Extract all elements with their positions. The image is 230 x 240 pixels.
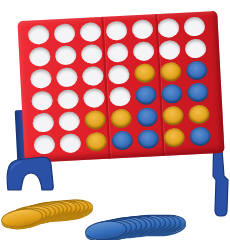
board-cell-r4c7 [184, 80, 211, 103]
blue-disc [111, 130, 133, 150]
board-cell-r5c5 [133, 105, 160, 128]
board-cell-r3c4 [105, 62, 132, 85]
board-cell-r2c4 [104, 40, 131, 63]
board-cell-r2c2 [52, 43, 79, 66]
empty-hole [59, 133, 81, 153]
empty-hole [108, 86, 130, 106]
yellow-disc-tray [1, 197, 96, 233]
board-cell-r6c6 [160, 126, 187, 149]
empty-hole [57, 89, 79, 109]
board-cell-r2c1 [26, 45, 53, 68]
empty-hole [83, 87, 105, 107]
board-cell-r2c6 [156, 38, 183, 61]
board-cell-r1c7 [180, 14, 207, 37]
empty-hole [32, 112, 54, 132]
left-leg-foot [5, 146, 57, 192]
blue-disc [186, 82, 208, 102]
empty-hole [53, 23, 75, 43]
board-cell-r1c3 [76, 20, 103, 43]
blue-disc-tray [85, 211, 187, 240]
board-cell-r5c4 [107, 106, 134, 129]
empty-hole [183, 16, 205, 36]
board-cell-r3c7 [183, 58, 210, 81]
empty-hole [81, 65, 103, 85]
board-cell-r1c6 [154, 16, 181, 39]
blue-disc [136, 107, 158, 127]
empty-hole [58, 111, 80, 131]
board-cell-r1c5 [128, 17, 155, 40]
giant-connect-four-product-photo [0, 0, 230, 240]
empty-hole [31, 90, 53, 110]
empty-hole [131, 19, 153, 39]
yellow-disc [159, 61, 181, 81]
yellow-disc [163, 127, 185, 147]
board-cell-r4c6 [158, 82, 185, 105]
empty-hole [105, 20, 127, 40]
board-cell-r4c4 [106, 84, 133, 107]
board-cell-r6c3 [82, 130, 109, 153]
empty-hole [184, 38, 206, 58]
board-cell-r2c3 [78, 42, 105, 65]
board-cell-r1c2 [51, 21, 78, 44]
board-cell-r3c5 [131, 61, 158, 84]
board-cell-r1c1 [25, 23, 52, 46]
blue-disc [185, 60, 207, 80]
board-cell-r6c5 [134, 127, 161, 150]
board-cell-r4c5 [132, 83, 159, 106]
empty-hole [106, 42, 128, 62]
empty-hole [29, 68, 51, 88]
empty-hole [157, 17, 179, 37]
board-cell-r4c3 [80, 86, 107, 109]
empty-hole [132, 41, 154, 61]
blue-disc [189, 126, 211, 146]
yellow-disc [110, 108, 132, 128]
yellow-disc [133, 63, 155, 83]
board-cell-r4c2 [54, 87, 81, 110]
left-foot-arch-shape [7, 157, 53, 190]
board-cell-r5c7 [185, 102, 212, 125]
empty-hole [158, 39, 180, 59]
empty-hole [79, 22, 101, 42]
board-cell-r6c2 [56, 131, 83, 154]
board-cell-r3c2 [53, 65, 80, 88]
connect-four-board [17, 11, 224, 163]
board-cell-r3c3 [79, 64, 106, 87]
board-cell-r6c4 [108, 128, 135, 151]
board-cell-r2c5 [130, 39, 157, 62]
blue-disc [134, 85, 156, 105]
board-cell-r4c1 [28, 89, 55, 112]
board-cell-r1c4 [102, 19, 129, 42]
board-cell-r5c1 [29, 110, 56, 133]
yellow-disc [85, 131, 107, 151]
board-cell-r3c1 [27, 67, 54, 90]
board-cell-r6c7 [186, 124, 213, 147]
board-cell-r5c2 [55, 109, 82, 132]
board-cell-r5c6 [159, 104, 186, 127]
yellow-disc [162, 105, 184, 125]
yellow-disc [188, 104, 210, 124]
empty-hole [54, 45, 76, 65]
blue-disc [137, 129, 159, 149]
empty-hole [28, 46, 50, 66]
blue-disc [160, 83, 182, 103]
empty-hole [107, 64, 129, 84]
empty-hole [55, 67, 77, 87]
empty-hole [80, 43, 102, 63]
board-grid [25, 14, 214, 155]
board-cell-r3c6 [157, 60, 184, 83]
board-cell-r5c3 [81, 108, 108, 131]
spare-yellow-disc [0, 206, 44, 230]
board-cell-r2c7 [182, 36, 209, 59]
empty-hole [27, 24, 49, 44]
yellow-disc [84, 109, 106, 129]
